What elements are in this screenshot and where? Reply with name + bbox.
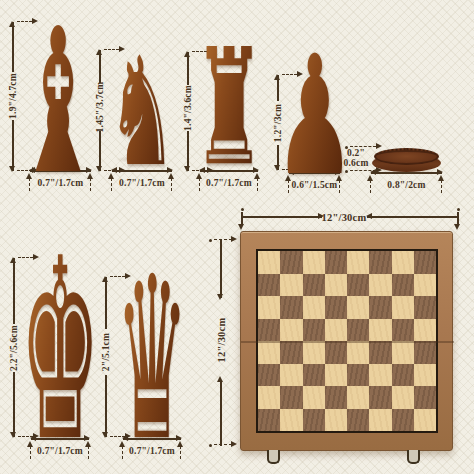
board-height-dimension-label: 12"/30cm <box>216 318 227 363</box>
square-f4 <box>369 341 391 364</box>
square-b1 <box>280 409 302 432</box>
bishop-piece: ♝ <box>15 2 101 202</box>
checker-base-dimension-label: 0.8"/2cm <box>387 180 425 190</box>
square-b5 <box>280 319 302 342</box>
queen-height-dimension-line <box>105 375 107 437</box>
queen-height-dimension-line <box>105 277 107 329</box>
square-f5 <box>369 319 391 342</box>
chess-board <box>240 231 453 451</box>
square-a7 <box>258 274 280 297</box>
square-d5 <box>325 319 347 342</box>
square-g6 <box>392 296 414 319</box>
square-c3 <box>303 364 325 387</box>
square-e1 <box>347 409 369 432</box>
rook-piece: ♜ <box>193 28 265 188</box>
square-f3 <box>369 364 391 387</box>
queen-piece: ♛ <box>116 247 189 472</box>
hinge-foot-left <box>267 450 280 464</box>
king-height-dimension-label: 2.2"/5.6cm <box>9 325 19 371</box>
board-height-dimension-arrow-icon <box>231 236 237 242</box>
square-c1 <box>303 409 325 432</box>
square-e7 <box>347 274 369 297</box>
square-b7 <box>280 274 302 297</box>
square-g2 <box>392 386 414 409</box>
checker-base-dimension-leader <box>370 180 371 193</box>
square-e4 <box>347 341 369 364</box>
rook-height-dimension-arrow-icon <box>184 51 190 57</box>
square-a8 <box>258 251 280 274</box>
square-a4 <box>258 341 280 364</box>
square-d6 <box>325 296 347 319</box>
square-e5 <box>347 319 369 342</box>
board-fold-seam <box>241 341 454 343</box>
bishop-height-dimension-line <box>12 22 14 72</box>
square-g3 <box>392 364 414 387</box>
knight-piece: ♞ <box>107 37 177 187</box>
board-height-dimension-line <box>220 382 222 446</box>
board-width-dimension-leader-dot <box>457 208 460 211</box>
square-e3 <box>347 364 369 387</box>
square-c5 <box>303 319 325 342</box>
board-height-dimension-arrow-icon <box>217 294 223 300</box>
square-c7 <box>303 274 325 297</box>
square-e6 <box>347 296 369 319</box>
square-b8 <box>280 251 302 274</box>
hinge-foot-right <box>407 450 420 464</box>
square-g4 <box>392 341 414 364</box>
square-a2 <box>258 386 280 409</box>
square-h1 <box>414 409 436 432</box>
rook-height-dimension-label: 1.4"/3.6cm <box>183 85 193 131</box>
square-c8 <box>303 251 325 274</box>
square-d7 <box>325 274 347 297</box>
square-h2 <box>414 386 436 409</box>
square-f1 <box>369 409 391 432</box>
square-h8 <box>414 251 436 274</box>
board-height-dimension-leader <box>214 239 232 240</box>
square-d4 <box>325 341 347 364</box>
board-width-dimension-label: 12"/30cm <box>322 212 367 223</box>
checker-base-dimension-arrow-icon <box>367 175 373 181</box>
king-piece: ♚ <box>20 226 101 474</box>
board-height-dimension-line <box>220 240 222 298</box>
square-c6 <box>303 296 325 319</box>
square-f7 <box>369 274 391 297</box>
queen-height-dimension-label: 2"/5.1cm <box>101 333 111 371</box>
square-c4 <box>303 341 325 364</box>
board-width-dimension-arrow-icon <box>238 224 244 230</box>
board-width-dimension-arrow-icon <box>454 224 460 230</box>
square-g5 <box>392 319 414 342</box>
queen-height-dimension-arrow-icon <box>102 276 108 282</box>
checker-base-dimension-leader <box>441 180 442 193</box>
square-h3 <box>414 364 436 387</box>
board-width-dimension-line <box>367 216 458 218</box>
king-height-dimension-line <box>13 372 15 437</box>
king-height-dimension-arrow-icon <box>10 432 16 438</box>
square-f2 <box>369 386 391 409</box>
checker-base-dimension-arrow-icon <box>438 175 444 181</box>
square-h4 <box>414 341 436 364</box>
square-a1 <box>258 409 280 432</box>
square-d8 <box>325 251 347 274</box>
square-g8 <box>392 251 414 274</box>
square-d3 <box>325 364 347 387</box>
board-width-dimension-leader <box>241 212 243 224</box>
board-height-dimension-arrow-icon <box>217 376 223 382</box>
rook-height-dimension-arrow-icon <box>184 166 190 172</box>
board-height-dimension-leader <box>214 444 232 445</box>
square-a6 <box>258 296 280 319</box>
square-a5 <box>258 319 280 342</box>
square-e2 <box>347 386 369 409</box>
square-h6 <box>414 296 436 319</box>
king-height-dimension-line <box>13 258 15 324</box>
square-b6 <box>280 296 302 319</box>
checkers-piece-top <box>374 148 439 165</box>
square-d1 <box>325 409 347 432</box>
square-h5 <box>414 319 436 342</box>
square-h7 <box>414 274 436 297</box>
board-height-dimension-leader-dot <box>209 239 212 242</box>
board-width-dimension-leader-dot <box>241 208 244 211</box>
rook-height-dimension-line <box>187 131 189 171</box>
square-g7 <box>392 274 414 297</box>
square-g1 <box>392 409 414 432</box>
square-f8 <box>369 251 391 274</box>
bishop-height-dimension-line <box>12 120 14 171</box>
square-f6 <box>369 296 391 319</box>
board-height-dimension-leader-dot <box>209 444 212 447</box>
square-a3 <box>258 364 280 387</box>
board-width-dimension-line <box>242 216 322 218</box>
queen-height-dimension-arrow-icon <box>102 432 108 438</box>
checker-height-dimension-arrow-icon <box>376 143 382 149</box>
square-e8 <box>347 251 369 274</box>
square-b4 <box>280 341 302 364</box>
square-c2 <box>303 386 325 409</box>
square-b3 <box>280 364 302 387</box>
square-b2 <box>280 386 302 409</box>
board-height-dimension-arrow-icon <box>231 441 237 447</box>
board-width-dimension-arrow-icon <box>366 213 372 219</box>
king-height-dimension-arrow-icon <box>10 257 16 263</box>
product-dimension-diagram: ♝ ♞ ♜ ♟ ♚ ♛ 1.9"/4.7cm1.45"/3.7cm1.4"/3.… <box>0 0 474 474</box>
square-d2 <box>325 386 347 409</box>
pawn-piece: ♟ <box>274 34 355 199</box>
board-width-dimension-leader <box>457 212 459 224</box>
